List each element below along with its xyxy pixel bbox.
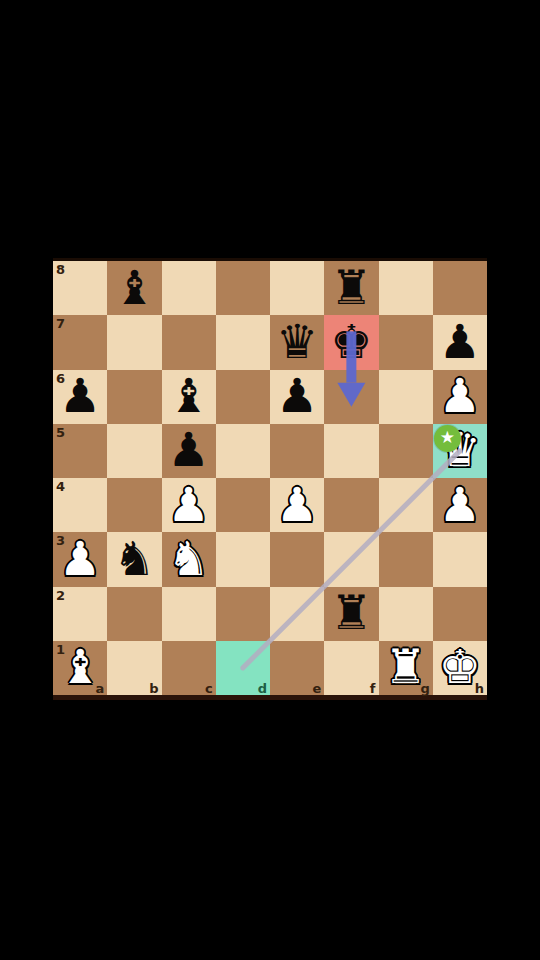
square-f6[interactable] bbox=[324, 370, 378, 424]
piece-black-pawn[interactable]: ♟ bbox=[168, 426, 210, 473]
square-b6[interactable] bbox=[107, 370, 161, 424]
square-h4[interactable]: ♟ bbox=[433, 478, 487, 532]
piece-white-queen[interactable]: ♛ bbox=[439, 426, 481, 473]
coord-rank-3: 3 bbox=[56, 533, 65, 548]
square-e8[interactable] bbox=[270, 261, 324, 315]
coord-file-b: b bbox=[149, 681, 158, 696]
square-e2[interactable] bbox=[270, 587, 324, 641]
square-h1[interactable]: h♚ bbox=[433, 641, 487, 695]
square-e6[interactable]: ♟ bbox=[270, 370, 324, 424]
piece-black-knight[interactable]: ♞ bbox=[113, 535, 155, 582]
phone-screen: 8♝♜7♛♚♟6♟♝♟♟5♟♛4♟♟♟3♟♞♞2♜1a♝bcdefg♜h♚ ★ bbox=[0, 0, 540, 960]
square-d2[interactable] bbox=[216, 587, 270, 641]
square-g5[interactable] bbox=[379, 424, 433, 478]
square-e5[interactable] bbox=[270, 424, 324, 478]
square-g6[interactable] bbox=[379, 370, 433, 424]
chessboard: 8♝♜7♛♚♟6♟♝♟♟5♟♛4♟♟♟3♟♞♞2♜1a♝bcdefg♜h♚ ★ bbox=[53, 258, 487, 700]
coord-rank-6: 6 bbox=[56, 371, 65, 386]
piece-white-knight[interactable]: ♞ bbox=[168, 535, 210, 582]
piece-black-bishop[interactable]: ♝ bbox=[113, 264, 155, 311]
piece-black-pawn[interactable]: ♟ bbox=[439, 318, 481, 365]
piece-white-pawn[interactable]: ♟ bbox=[168, 481, 210, 528]
square-d1[interactable]: d bbox=[216, 641, 270, 695]
square-a6[interactable]: 6♟ bbox=[53, 370, 107, 424]
square-b1[interactable]: b bbox=[107, 641, 161, 695]
square-f3[interactable] bbox=[324, 532, 378, 586]
piece-white-pawn[interactable]: ♟ bbox=[439, 481, 481, 528]
square-e4[interactable]: ♟ bbox=[270, 478, 324, 532]
square-c6[interactable]: ♝ bbox=[162, 370, 216, 424]
square-f7[interactable]: ♚ bbox=[324, 315, 378, 369]
piece-black-queen[interactable]: ♛ bbox=[276, 318, 318, 365]
square-b7[interactable] bbox=[107, 315, 161, 369]
square-e3[interactable] bbox=[270, 532, 324, 586]
square-b5[interactable] bbox=[107, 424, 161, 478]
piece-white-pawn[interactable]: ♟ bbox=[59, 535, 101, 582]
square-h2[interactable] bbox=[433, 587, 487, 641]
square-a5[interactable]: 5 bbox=[53, 424, 107, 478]
square-g1[interactable]: g♜ bbox=[379, 641, 433, 695]
square-f8[interactable]: ♜ bbox=[324, 261, 378, 315]
coord-file-a: a bbox=[95, 681, 104, 696]
square-h7[interactable]: ♟ bbox=[433, 315, 487, 369]
square-d8[interactable] bbox=[216, 261, 270, 315]
coord-rank-4: 4 bbox=[56, 479, 65, 494]
square-d6[interactable] bbox=[216, 370, 270, 424]
square-f1[interactable]: f bbox=[324, 641, 378, 695]
square-a2[interactable]: 2 bbox=[53, 587, 107, 641]
coord-rank-7: 7 bbox=[56, 316, 65, 331]
coord-file-g: g bbox=[420, 681, 429, 696]
piece-black-pawn[interactable]: ♟ bbox=[59, 372, 101, 419]
square-c4[interactable]: ♟ bbox=[162, 478, 216, 532]
square-h6[interactable]: ♟ bbox=[433, 370, 487, 424]
square-h8[interactable] bbox=[433, 261, 487, 315]
piece-black-rook[interactable]: ♜ bbox=[330, 264, 372, 311]
square-d4[interactable] bbox=[216, 478, 270, 532]
square-a3[interactable]: 3♟ bbox=[53, 532, 107, 586]
piece-black-bishop[interactable]: ♝ bbox=[168, 372, 210, 419]
square-e1[interactable]: e bbox=[270, 641, 324, 695]
square-g7[interactable] bbox=[379, 315, 433, 369]
square-e7[interactable]: ♛ bbox=[270, 315, 324, 369]
square-b2[interactable] bbox=[107, 587, 161, 641]
coord-file-f: f bbox=[370, 681, 376, 696]
square-d7[interactable] bbox=[216, 315, 270, 369]
coord-rank-5: 5 bbox=[56, 425, 65, 440]
square-h5[interactable]: ♛ bbox=[433, 424, 487, 478]
square-a8[interactable]: 8 bbox=[53, 261, 107, 315]
square-b8[interactable]: ♝ bbox=[107, 261, 161, 315]
square-g8[interactable] bbox=[379, 261, 433, 315]
coord-rank-1: 1 bbox=[56, 642, 65, 657]
square-g2[interactable] bbox=[379, 587, 433, 641]
square-c2[interactable] bbox=[162, 587, 216, 641]
square-b3[interactable]: ♞ bbox=[107, 532, 161, 586]
square-d3[interactable] bbox=[216, 532, 270, 586]
coord-file-e: e bbox=[312, 681, 321, 696]
coord-rank-8: 8 bbox=[56, 262, 65, 277]
coord-file-c: c bbox=[205, 681, 213, 696]
square-c8[interactable] bbox=[162, 261, 216, 315]
square-f2[interactable]: ♜ bbox=[324, 587, 378, 641]
square-f5[interactable] bbox=[324, 424, 378, 478]
square-c3[interactable]: ♞ bbox=[162, 532, 216, 586]
piece-white-pawn[interactable]: ♟ bbox=[439, 372, 481, 419]
square-c5[interactable]: ♟ bbox=[162, 424, 216, 478]
piece-black-pawn[interactable]: ♟ bbox=[276, 372, 318, 419]
square-a1[interactable]: 1a♝ bbox=[53, 641, 107, 695]
square-c7[interactable] bbox=[162, 315, 216, 369]
square-a4[interactable]: 4 bbox=[53, 478, 107, 532]
square-h3[interactable] bbox=[433, 532, 487, 586]
coord-rank-2: 2 bbox=[56, 588, 65, 603]
square-c1[interactable]: c bbox=[162, 641, 216, 695]
piece-black-rook[interactable]: ♜ bbox=[330, 589, 372, 636]
piece-black-king[interactable]: ♚ bbox=[330, 318, 372, 365]
piece-white-pawn[interactable]: ♟ bbox=[276, 481, 318, 528]
square-d5[interactable] bbox=[216, 424, 270, 478]
square-a7[interactable]: 7 bbox=[53, 315, 107, 369]
square-f4[interactable] bbox=[324, 478, 378, 532]
coord-file-d: d bbox=[258, 681, 267, 696]
coord-file-h: h bbox=[475, 681, 484, 696]
square-g4[interactable] bbox=[379, 478, 433, 532]
square-g3[interactable] bbox=[379, 532, 433, 586]
square-b4[interactable] bbox=[107, 478, 161, 532]
